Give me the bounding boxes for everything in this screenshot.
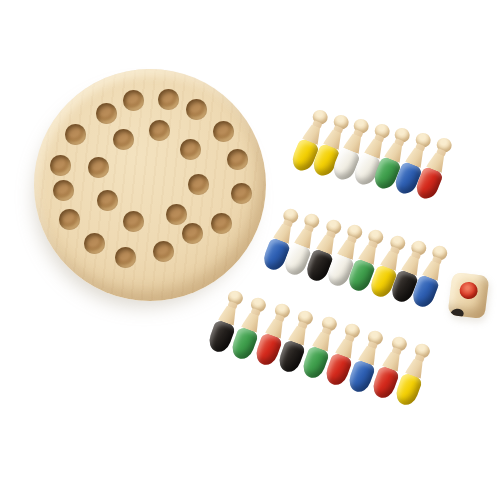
board-hole: [188, 174, 209, 195]
board-hole: [180, 139, 201, 160]
board-hole: [115, 247, 136, 268]
color-die: [448, 272, 490, 319]
die-red-pip: [459, 281, 479, 300]
board-hole: [182, 223, 203, 244]
board-hole: [149, 120, 170, 141]
board-hole: [231, 183, 252, 204]
board-hole: [158, 89, 179, 110]
memory-chess-board: [34, 69, 266, 301]
board-hole: [97, 190, 118, 211]
board-hole: [88, 157, 109, 178]
board-hole: [84, 233, 105, 254]
board-hole: [123, 211, 144, 232]
board-hole: [96, 103, 117, 124]
board-hole: [113, 129, 134, 150]
board-hole: [227, 149, 248, 170]
board-hole: [65, 124, 86, 145]
board-hole: [59, 209, 80, 230]
product-photo-scene: [0, 0, 500, 500]
board-hole: [153, 241, 174, 262]
board-hole: [186, 99, 207, 120]
board-hole: [211, 213, 232, 234]
board-hole: [123, 90, 144, 111]
board-hole: [53, 180, 74, 201]
board-hole: [213, 121, 234, 142]
board-hole: [50, 155, 71, 176]
board-hole: [166, 204, 187, 225]
die-black-pip: [450, 308, 464, 319]
